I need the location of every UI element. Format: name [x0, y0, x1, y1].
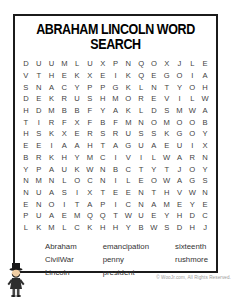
grid-cell[interactable]: W [199, 93, 212, 105]
grid-cell[interactable]: A [148, 140, 161, 152]
grid-cell[interactable]: E [199, 58, 212, 70]
grid-cell[interactable]: P [109, 58, 122, 70]
grid-cell[interactable]: H [186, 222, 199, 234]
grid-cell[interactable]: O [186, 116, 199, 128]
grid-cell[interactable]: L [58, 175, 71, 187]
grid-cell[interactable]: M [45, 222, 58, 234]
grid-cell[interactable]: L [58, 222, 71, 234]
puzzle-title: ABRAHAM LINCOLN WORD SEARCH [15, 21, 216, 52]
grid-cell[interactable]: M [32, 175, 45, 187]
grid-cell[interactable]: E [20, 140, 33, 152]
grid-cell[interactable]: W [186, 187, 199, 199]
grid-cell[interactable]: B [96, 116, 109, 128]
grid-cell[interactable]: H [199, 81, 212, 93]
grid-cell[interactable]: T [160, 163, 173, 175]
word-list-item: president [103, 268, 149, 278]
word-list-column: sixteenthrushmore [175, 242, 208, 277]
grid-cell[interactable]: T [160, 81, 173, 93]
grid-cell[interactable]: I [109, 175, 122, 187]
grid-cell[interactable]: O [45, 198, 58, 210]
grid-cell[interactable]: Q [96, 210, 109, 222]
grid-cell[interactable]: Q [135, 70, 148, 82]
grid-cell[interactable]: O [148, 116, 161, 128]
word-list-item: emancipation [103, 242, 149, 252]
grid-cell[interactable]: I [109, 152, 122, 164]
grid-cell[interactable]: M [160, 116, 173, 128]
grid-cell[interactable]: L [135, 105, 148, 117]
grid-cell[interactable]: T [71, 198, 84, 210]
grid-cell[interactable]: M [173, 105, 186, 117]
grid-cell[interactable]: D [186, 210, 199, 222]
grid-cell[interactable]: B [20, 152, 33, 164]
grid-cell[interactable]: L [186, 58, 199, 70]
grid-cell[interactable]: Y [160, 210, 173, 222]
grid-cell[interactable]: Q [135, 58, 148, 70]
grid-cell[interactable]: Y [199, 128, 212, 140]
grid-cell[interactable]: H [96, 93, 109, 105]
grid-cell[interactable]: D [32, 105, 45, 117]
grid-cell[interactable]: N [32, 81, 45, 93]
grid-cell[interactable]: W [84, 163, 97, 175]
word-list-item: Abraham [45, 242, 77, 252]
word-list-item: penny [103, 255, 149, 265]
grid-cell[interactable]: E [32, 93, 45, 105]
grid-cell[interactable]: N [135, 198, 148, 210]
grid-cell[interactable]: S [148, 128, 161, 140]
grid-cell[interactable]: U [45, 58, 58, 70]
grid-cell[interactable]: U [32, 58, 45, 70]
grid-cell[interactable]: O [173, 116, 186, 128]
grid-cell[interactable]: Y [199, 163, 212, 175]
grid-cell[interactable]: A [45, 187, 58, 199]
grid-cell[interactable]: X [71, 116, 84, 128]
worksheet-page: { "game": "word-search", "title": "ABRAH… [0, 0, 236, 305]
grid-cell[interactable]: U [135, 210, 148, 222]
grid-cell[interactable]: S [84, 93, 97, 105]
grid-cell[interactable]: Q [84, 210, 97, 222]
grid-cell[interactable]: A [148, 198, 161, 210]
grid-cell[interactable]: J [173, 58, 186, 70]
grid-cell[interactable]: X [160, 58, 173, 70]
grid-cell[interactable]: U [32, 210, 45, 222]
grid-cell[interactable]: N [148, 81, 161, 93]
grid-cell[interactable]: C [96, 152, 109, 164]
grid-cell[interactable]: N [199, 152, 212, 164]
grid-cell[interactable]: N [199, 187, 212, 199]
word-list-item: sixteenth [175, 242, 208, 252]
grid-cell[interactable]: H [160, 187, 173, 199]
grid-cell[interactable]: V [173, 187, 186, 199]
grid-cell[interactable]: T [96, 187, 109, 199]
grid-cell[interactable]: C [84, 175, 97, 187]
grid-cell[interactable]: X [84, 70, 97, 82]
grid-cell[interactable]: U [135, 140, 148, 152]
grid-cell[interactable]: R [58, 93, 71, 105]
grid-cell[interactable]: B [58, 105, 71, 117]
grid-cell[interactable]: A [173, 175, 186, 187]
grid-cell[interactable]: W [160, 175, 173, 187]
grid-cell[interactable]: F [84, 105, 97, 117]
grid-cell[interactable]: E [199, 198, 212, 210]
grid-cell[interactable]: R [186, 152, 199, 164]
grid-cell[interactable]: D [148, 105, 161, 117]
grid-cell[interactable]: J [173, 163, 186, 175]
grid-cell[interactable]: X [84, 187, 97, 199]
grid-cell[interactable]: E [160, 140, 173, 152]
grid-cell[interactable]: X [96, 58, 109, 70]
grid-cell[interactable]: M [109, 93, 122, 105]
grid-cell[interactable]: I [173, 93, 186, 105]
grid-cell[interactable]: N [135, 116, 148, 128]
grid-cell[interactable]: W [160, 152, 173, 164]
grid-cell[interactable]: N [96, 163, 109, 175]
grid-cell[interactable]: H [58, 152, 71, 164]
puzzle-frame: ABRAHAM LINCOLN WORD SEARCH DUUMLUXPNQOX… [13, 14, 218, 273]
word-list-item: rushmore [175, 255, 208, 265]
grid-cell[interactable]: L [148, 152, 161, 164]
grid-cell[interactable]: E [148, 93, 161, 105]
grid-cell[interactable]: H [96, 222, 109, 234]
grid-cell[interactable]: E [71, 128, 84, 140]
grid-cell[interactable]: R [84, 128, 97, 140]
grid-cell[interactable]: K [122, 81, 135, 93]
grid-cell[interactable]: C [71, 222, 84, 234]
grid-cell[interactable]: T [32, 70, 45, 82]
grid-cell[interactable]: H [84, 140, 97, 152]
grid-cell[interactable]: A [109, 140, 122, 152]
grid-cell[interactable]: T [109, 210, 122, 222]
grid-cell[interactable]: E [58, 210, 71, 222]
grid-cell[interactable]: A [71, 140, 84, 152]
grid-cell[interactable]: Y [148, 163, 161, 175]
grid-cell[interactable]: Y [122, 222, 135, 234]
grid-cell[interactable]: B [71, 105, 84, 117]
grid-cell[interactable]: N [20, 187, 33, 199]
grid-cell[interactable]: E [32, 140, 45, 152]
grid-cell[interactable]: R [32, 152, 45, 164]
grid-cell[interactable]: V [160, 93, 173, 105]
grid-cell[interactable]: H [173, 210, 186, 222]
grid-cell[interactable]: I [58, 198, 71, 210]
grid-cell[interactable]: E [20, 198, 33, 210]
grid-cell[interactable]: B [109, 163, 122, 175]
grid-cell[interactable]: T [96, 140, 109, 152]
grid-cell[interactable]: I [186, 140, 199, 152]
grid-cell[interactable]: O [186, 81, 199, 93]
grid-cell[interactable]: U [32, 187, 45, 199]
word-search-grid: DUUMLUXPNQOXJLEVTHEKXEIKQEGOIASNACYPPGKL… [20, 58, 212, 233]
grid-cell[interactable]: M [45, 105, 58, 117]
grid-cell[interactable]: S [160, 222, 173, 234]
grid-cell[interactable]: W [186, 105, 199, 117]
word-list-column: emancipationpennypresident [103, 242, 149, 277]
grid-cell[interactable]: A [199, 105, 212, 117]
grid-cell[interactable]: T [135, 163, 148, 175]
word-list-column: AbrahamCivilWarLincoln [45, 242, 77, 277]
grid-cell[interactable]: I [32, 116, 45, 128]
grid-cell[interactable]: U [58, 163, 71, 175]
grid-cell[interactable]: I [45, 140, 58, 152]
grid-cell[interactable]: J [199, 222, 212, 234]
grid-cell[interactable]: K [71, 163, 84, 175]
grid-cell[interactable]: P [96, 81, 109, 93]
grid-cell[interactable]: N [122, 58, 135, 70]
grid-cell[interactable]: S [135, 128, 148, 140]
grid-cell[interactable]: E [96, 70, 109, 82]
grid-cell[interactable]: T [148, 187, 161, 199]
grid-cell[interactable]: F [84, 116, 97, 128]
grid-cell[interactable]: E [173, 198, 186, 210]
grid-cell[interactable]: M [160, 198, 173, 210]
grid-cell[interactable]: A [45, 163, 58, 175]
grid-cell[interactable]: V [122, 152, 135, 164]
grid-cell[interactable]: P [96, 198, 109, 210]
copyright-text: © WooJr.com, All Rights Reserved. [156, 275, 231, 280]
grid-cell[interactable]: L [186, 93, 199, 105]
grid-cell[interactable]: U [173, 140, 186, 152]
grid-cell[interactable]: X [199, 140, 212, 152]
grid-cell[interactable]: M [58, 58, 71, 70]
grid-cell[interactable]: D [20, 58, 33, 70]
grid-cell[interactable]: H [109, 222, 122, 234]
grid-cell[interactable]: N [96, 175, 109, 187]
grid-cell[interactable]: E [58, 70, 71, 82]
grid-cell[interactable]: S [199, 175, 212, 187]
grid-cell[interactable]: W [122, 210, 135, 222]
grid-cell[interactable]: Y [71, 152, 84, 164]
grid-cell[interactable]: N [32, 198, 45, 210]
grid-cell[interactable]: I [135, 152, 148, 164]
grid-cell[interactable]: E [148, 210, 161, 222]
grid-cell[interactable]: P [20, 210, 33, 222]
grid-cell[interactable]: Y [96, 105, 109, 117]
grid-cell[interactable]: R [109, 128, 122, 140]
grid-cell[interactable]: O [186, 128, 199, 140]
grid-cell[interactable]: K [122, 70, 135, 82]
grid-cell[interactable]: A [58, 140, 71, 152]
grid-cell[interactable]: M [84, 152, 97, 164]
grid-cell[interactable]: L [71, 58, 84, 70]
grid-cell[interactable]: H [20, 105, 33, 117]
grid-cell[interactable]: N [20, 175, 33, 187]
grid-cell[interactable]: G [160, 70, 173, 82]
grid-cell[interactable]: A [199, 70, 212, 82]
grid-cell[interactable]: D [20, 93, 33, 105]
grid-cell[interactable]: C [58, 81, 71, 93]
grid-cell[interactable]: M [71, 210, 84, 222]
grid-cell[interactable]: K [84, 222, 97, 234]
grid-cell[interactable]: I [186, 70, 199, 82]
lincoln-mascot-icon [5, 262, 27, 298]
grid-cell[interactable]: S [96, 128, 109, 140]
grid-cell[interactable]: N [135, 187, 148, 199]
grid-cell[interactable]: K [45, 128, 58, 140]
grid-cell[interactable]: A [109, 105, 122, 117]
grid-cell[interactable]: C [122, 163, 135, 175]
grid-cell[interactable]: H [20, 128, 33, 140]
grid-cell[interactable]: L [135, 81, 148, 93]
grid-cell[interactable]: K [45, 152, 58, 164]
grid-cell[interactable]: E [109, 187, 122, 199]
grid-cell[interactable]: A [84, 198, 97, 210]
grid-cell[interactable]: I [71, 187, 84, 199]
grid-cell[interactable]: A [45, 210, 58, 222]
grid-cell[interactable]: G [186, 175, 199, 187]
grid-cell[interactable]: W [148, 222, 161, 234]
grid-cell[interactable]: E [122, 187, 135, 199]
grid-cell[interactable]: Y [71, 81, 84, 93]
grid-cell[interactable]: V [20, 70, 33, 82]
grid-cell[interactable]: O [122, 93, 135, 105]
grid-cell[interactable]: I [109, 70, 122, 82]
grid-cell[interactable]: S [58, 187, 71, 199]
grid-cell[interactable]: F [109, 116, 122, 128]
grid-cell[interactable]: L [122, 175, 135, 187]
grid-cell[interactable]: Y [173, 81, 186, 93]
grid-cell[interactable]: Y [186, 198, 199, 210]
grid-cell[interactable]: S [160, 105, 173, 117]
word-list-item: Lincoln [45, 268, 77, 278]
grid-cell[interactable]: C [199, 210, 212, 222]
grid-cell[interactable]: P [84, 81, 97, 93]
grid-cell[interactable]: M [122, 116, 135, 128]
grid-cell[interactable]: O [148, 175, 161, 187]
grid-cell[interactable]: Y [20, 163, 33, 175]
grid-cell[interactable]: X [58, 128, 71, 140]
grid-cell[interactable]: B [199, 116, 212, 128]
grid-cell[interactable]: E [148, 70, 161, 82]
grid-cell[interactable]: N [45, 175, 58, 187]
grid-cell[interactable]: G [122, 140, 135, 152]
grid-cell[interactable]: A [45, 81, 58, 93]
grid-cell[interactable]: S [32, 128, 45, 140]
grid-cell[interactable]: U [122, 128, 135, 140]
grid-cell[interactable]: O [173, 70, 186, 82]
grid-cell[interactable]: E [135, 175, 148, 187]
grid-cell[interactable]: K [45, 93, 58, 105]
grid-cell[interactable]: A [173, 152, 186, 164]
grid-cell[interactable]: K [160, 128, 173, 140]
grid-cell[interactable]: O [71, 175, 84, 187]
grid-cell[interactable]: K [32, 222, 45, 234]
grid-cell[interactable]: O [186, 163, 199, 175]
grid-cell[interactable]: O [148, 58, 161, 70]
grid-cell[interactable]: F [58, 116, 71, 128]
grid-cell[interactable]: R [45, 116, 58, 128]
grid-cell[interactable]: P [32, 163, 45, 175]
grid-cell[interactable]: K [71, 70, 84, 82]
grid-cell[interactable]: T [20, 116, 33, 128]
grid-cell[interactable]: H [45, 70, 58, 82]
word-list: AbrahamCivilWarLincolnemancipationpennyp… [15, 242, 216, 277]
grid-cell[interactable]: D [173, 222, 186, 234]
grid-cell[interactable]: G [173, 128, 186, 140]
grid-cell[interactable]: U [84, 58, 97, 70]
grid-cell[interactable]: G [109, 81, 122, 93]
grid-cell[interactable]: L [20, 222, 33, 234]
grid-cell[interactable]: S [20, 81, 33, 93]
grid-cell[interactable]: C [122, 198, 135, 210]
grid-cell[interactable]: K [122, 105, 135, 117]
grid-cell[interactable]: I [109, 198, 122, 210]
grid-cell[interactable]: B [135, 222, 148, 234]
grid-cell[interactable]: R [135, 93, 148, 105]
grid-cell[interactable]: U [71, 93, 84, 105]
word-list-item: CivilWar [45, 255, 77, 265]
